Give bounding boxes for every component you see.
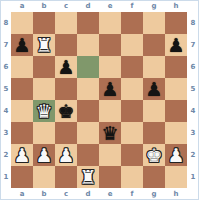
- file-label-d: d: [77, 1, 99, 11]
- square-b1[interactable]: [33, 166, 55, 188]
- square-c8[interactable]: [55, 12, 77, 34]
- rank-label-8: 8: [1, 12, 11, 34]
- square-d1[interactable]: ♜: [77, 166, 99, 188]
- square-b8[interactable]: [33, 12, 55, 34]
- square-e1[interactable]: [99, 166, 121, 188]
- chess-board: ♟♜♟♟♟♟♛♚♛♟♟♟♚♟♜: [11, 12, 187, 188]
- piece-black-pawn-c6: ♟: [55, 56, 77, 78]
- file-label-c: c: [55, 189, 77, 199]
- square-d2[interactable]: [77, 144, 99, 166]
- square-a3[interactable]: [11, 122, 33, 144]
- square-h3[interactable]: [165, 122, 187, 144]
- square-a7[interactable]: ♟: [11, 34, 33, 56]
- square-h1[interactable]: [165, 166, 187, 188]
- file-label-f: f: [121, 189, 143, 199]
- square-g2[interactable]: ♚: [143, 144, 165, 166]
- file-label-e: e: [99, 189, 121, 199]
- square-h6[interactable]: [165, 56, 187, 78]
- rank-label-4: 4: [1, 100, 11, 122]
- square-g1[interactable]: [143, 166, 165, 188]
- square-h4[interactable]: [165, 100, 187, 122]
- square-c3[interactable]: [55, 122, 77, 144]
- square-d8[interactable]: [77, 12, 99, 34]
- file-label-g: g: [143, 1, 165, 11]
- file-label-h: h: [165, 189, 187, 199]
- square-g6[interactable]: [143, 56, 165, 78]
- square-g8[interactable]: [143, 12, 165, 34]
- file-labels-top: abcdefgh: [11, 1, 187, 11]
- square-b4[interactable]: ♛: [33, 100, 55, 122]
- rank-label-2: 2: [188, 144, 198, 166]
- square-g4[interactable]: [143, 100, 165, 122]
- rank-labels-left: 87654321: [1, 12, 11, 188]
- square-b2[interactable]: ♟: [33, 144, 55, 166]
- square-d7[interactable]: [77, 34, 99, 56]
- square-f1[interactable]: [121, 166, 143, 188]
- rank-label-1: 1: [188, 166, 198, 188]
- rank-label-3: 3: [188, 122, 198, 144]
- square-d6[interactable]: [77, 56, 99, 78]
- file-label-c: c: [55, 1, 77, 11]
- rank-label-1: 1: [1, 166, 11, 188]
- square-c1[interactable]: [55, 166, 77, 188]
- square-b3[interactable]: [33, 122, 55, 144]
- piece-black-pawn-e5: ♟: [99, 78, 121, 100]
- piece-white-rook-d1: ♜: [77, 166, 99, 188]
- square-h8[interactable]: [165, 12, 187, 34]
- file-label-a: a: [11, 189, 33, 199]
- chess-board-frame: abcdefgh 87654321 ♟♜♟♟♟♟♛♚♛♟♟♟♚♟♜ 876543…: [0, 0, 199, 200]
- square-c5[interactable]: [55, 78, 77, 100]
- square-b7[interactable]: ♜: [33, 34, 55, 56]
- square-g3[interactable]: [143, 122, 165, 144]
- square-g5[interactable]: ♟: [143, 78, 165, 100]
- square-d5[interactable]: [77, 78, 99, 100]
- square-e4[interactable]: [99, 100, 121, 122]
- piece-white-king-g2: ♚: [143, 144, 165, 166]
- rank-label-4: 4: [188, 100, 198, 122]
- rank-label-7: 7: [188, 34, 198, 56]
- file-label-d: d: [77, 189, 99, 199]
- square-h7[interactable]: ♟: [165, 34, 187, 56]
- rank-label-8: 8: [188, 12, 198, 34]
- piece-white-queen-b4: ♛: [33, 100, 55, 122]
- square-a4[interactable]: [11, 100, 33, 122]
- rank-label-3: 3: [1, 122, 11, 144]
- piece-black-pawn-h7: ♟: [165, 34, 187, 56]
- square-a5[interactable]: [11, 78, 33, 100]
- rank-label-5: 5: [1, 78, 11, 100]
- square-f7[interactable]: [121, 34, 143, 56]
- square-f2[interactable]: [121, 144, 143, 166]
- square-h2[interactable]: ♟: [165, 144, 187, 166]
- piece-black-pawn-g5: ♟: [143, 78, 165, 100]
- square-f4[interactable]: [121, 100, 143, 122]
- square-a8[interactable]: [11, 12, 33, 34]
- piece-black-queen-e3: ♛: [99, 122, 121, 144]
- square-h5[interactable]: [165, 78, 187, 100]
- rank-label-6: 6: [188, 56, 198, 78]
- rank-labels-right: 87654321: [188, 12, 198, 188]
- square-b6[interactable]: [33, 56, 55, 78]
- square-c6[interactable]: ♟: [55, 56, 77, 78]
- square-e2[interactable]: [99, 144, 121, 166]
- file-label-b: b: [33, 1, 55, 11]
- square-a1[interactable]: [11, 166, 33, 188]
- file-label-f: f: [121, 1, 143, 11]
- square-a6[interactable]: [11, 56, 33, 78]
- piece-black-king-c4: ♚: [55, 100, 77, 122]
- square-d4[interactable]: [77, 100, 99, 122]
- piece-white-pawn-b2: ♟: [33, 144, 55, 166]
- piece-white-pawn-a2: ♟: [11, 144, 33, 166]
- piece-white-pawn-h2: ♟: [165, 144, 187, 166]
- square-c7[interactable]: [55, 34, 77, 56]
- rank-label-2: 2: [1, 144, 11, 166]
- square-e6[interactable]: [99, 56, 121, 78]
- rank-label-5: 5: [188, 78, 198, 100]
- square-f6[interactable]: [121, 56, 143, 78]
- square-c2[interactable]: ♟: [55, 144, 77, 166]
- square-f5[interactable]: [121, 78, 143, 100]
- piece-white-rook-b7: ♜: [33, 34, 55, 56]
- square-b5[interactable]: [33, 78, 55, 100]
- rank-label-6: 6: [1, 56, 11, 78]
- square-e7[interactable]: [99, 34, 121, 56]
- square-f8[interactable]: [121, 12, 143, 34]
- square-e5[interactable]: ♟: [99, 78, 121, 100]
- file-label-a: a: [11, 1, 33, 11]
- square-c4[interactable]: ♚: [55, 100, 77, 122]
- square-f3[interactable]: [121, 122, 143, 144]
- file-label-e: e: [99, 1, 121, 11]
- file-label-g: g: [143, 189, 165, 199]
- square-a2[interactable]: ♟: [11, 144, 33, 166]
- piece-black-pawn-a7: ♟: [11, 34, 33, 56]
- square-d3[interactable]: [77, 122, 99, 144]
- square-g7[interactable]: [143, 34, 165, 56]
- file-labels-bottom: abcdefgh: [11, 189, 187, 199]
- rank-label-7: 7: [1, 34, 11, 56]
- file-label-h: h: [165, 1, 187, 11]
- file-label-b: b: [33, 189, 55, 199]
- piece-white-pawn-c2: ♟: [55, 144, 77, 166]
- square-e8[interactable]: [99, 12, 121, 34]
- square-e3[interactable]: ♛: [99, 122, 121, 144]
